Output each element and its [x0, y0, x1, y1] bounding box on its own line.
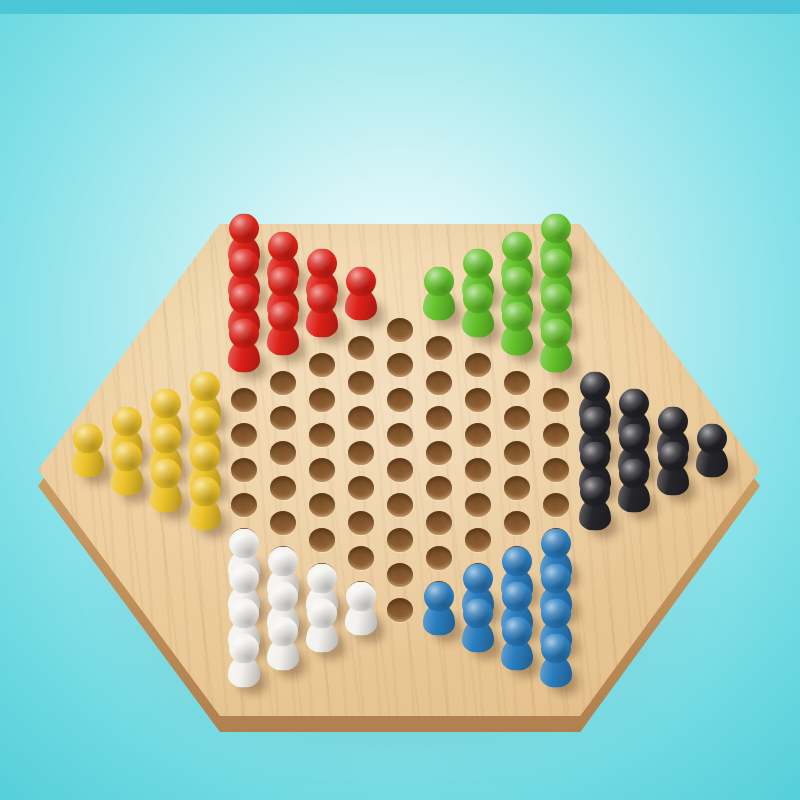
board-hole[interactable] — [543, 388, 569, 412]
board-hole[interactable] — [387, 318, 413, 342]
peg-blue[interactable] — [423, 581, 455, 635]
peg-white[interactable] — [228, 634, 260, 688]
board-hole[interactable] — [543, 458, 569, 482]
board-hole[interactable] — [309, 528, 335, 552]
board-hole[interactable] — [387, 528, 413, 552]
board-hole[interactable] — [348, 476, 374, 500]
peg-white[interactable] — [345, 581, 377, 635]
peg-white[interactable] — [267, 616, 299, 670]
board-hole[interactable] — [270, 371, 296, 395]
peg-yellow[interactable] — [72, 424, 104, 478]
board-hole[interactable] — [348, 371, 374, 395]
peg-red[interactable] — [228, 319, 260, 373]
board-hole[interactable] — [348, 441, 374, 465]
board-hole[interactable] — [426, 336, 452, 360]
peg-black[interactable] — [618, 459, 650, 513]
peg-yellow[interactable] — [189, 476, 221, 530]
board-hole[interactable] — [465, 388, 491, 412]
board-hole[interactable] — [504, 476, 530, 500]
board-hole[interactable] — [270, 476, 296, 500]
board-hole[interactable] — [465, 423, 491, 447]
peg-red[interactable] — [345, 266, 377, 320]
board-hole[interactable] — [426, 476, 452, 500]
board-hole[interactable] — [387, 388, 413, 412]
board-hole[interactable] — [348, 406, 374, 430]
peg-white[interactable] — [306, 599, 338, 653]
board-hole[interactable] — [231, 423, 257, 447]
board-hole[interactable] — [387, 493, 413, 517]
board-hole[interactable] — [426, 371, 452, 395]
board-hole[interactable] — [426, 441, 452, 465]
board-hole[interactable] — [387, 458, 413, 482]
board-hole[interactable] — [387, 353, 413, 377]
peg-green[interactable] — [540, 319, 572, 373]
board-hole[interactable] — [543, 423, 569, 447]
peg-black[interactable] — [579, 476, 611, 530]
peg-blue[interactable] — [540, 634, 572, 688]
board-hole[interactable] — [231, 458, 257, 482]
scene — [0, 0, 800, 800]
board-hole[interactable] — [465, 528, 491, 552]
board-hole[interactable] — [231, 388, 257, 412]
board-hole[interactable] — [231, 493, 257, 517]
board-hole[interactable] — [465, 493, 491, 517]
peg-green[interactable] — [462, 284, 494, 338]
board-hole[interactable] — [270, 406, 296, 430]
board-hole[interactable] — [348, 511, 374, 535]
board-hole[interactable] — [426, 406, 452, 430]
board-hole[interactable] — [426, 511, 452, 535]
peg-green[interactable] — [423, 266, 455, 320]
peg-green[interactable] — [501, 301, 533, 355]
board-hole[interactable] — [387, 598, 413, 622]
peg-red[interactable] — [267, 301, 299, 355]
board-hole[interactable] — [309, 458, 335, 482]
board-hole[interactable] — [465, 458, 491, 482]
peg-black[interactable] — [657, 441, 689, 495]
peg-blue[interactable] — [501, 616, 533, 670]
board-hole[interactable] — [504, 406, 530, 430]
board-hole[interactable] — [543, 493, 569, 517]
board-hole[interactable] — [348, 546, 374, 570]
board-hole[interactable] — [504, 441, 530, 465]
peg-yellow[interactable] — [150, 459, 182, 513]
peg-red[interactable] — [306, 284, 338, 338]
board-hole[interactable] — [309, 493, 335, 517]
peg-blue[interactable] — [462, 599, 494, 653]
board-hole[interactable] — [309, 423, 335, 447]
board-hole[interactable] — [270, 441, 296, 465]
board-hole[interactable] — [504, 511, 530, 535]
peg-black[interactable] — [696, 424, 728, 478]
board-hole[interactable] — [270, 511, 296, 535]
board-hole[interactable] — [348, 336, 374, 360]
board-hole[interactable] — [387, 423, 413, 447]
board-hole[interactable] — [504, 371, 530, 395]
board-grid — [0, 0, 800, 800]
board-hole[interactable] — [309, 388, 335, 412]
board-hole[interactable] — [465, 353, 491, 377]
board-hole[interactable] — [426, 546, 452, 570]
board-hole[interactable] — [387, 563, 413, 587]
peg-yellow[interactable] — [111, 441, 143, 495]
board-hole[interactable] — [309, 353, 335, 377]
